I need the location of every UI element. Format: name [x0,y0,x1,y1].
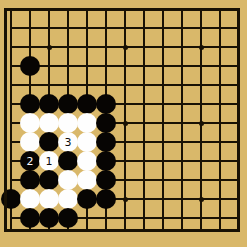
go-diagram: 321 [0,0,247,247]
board-frame [4,8,240,232]
